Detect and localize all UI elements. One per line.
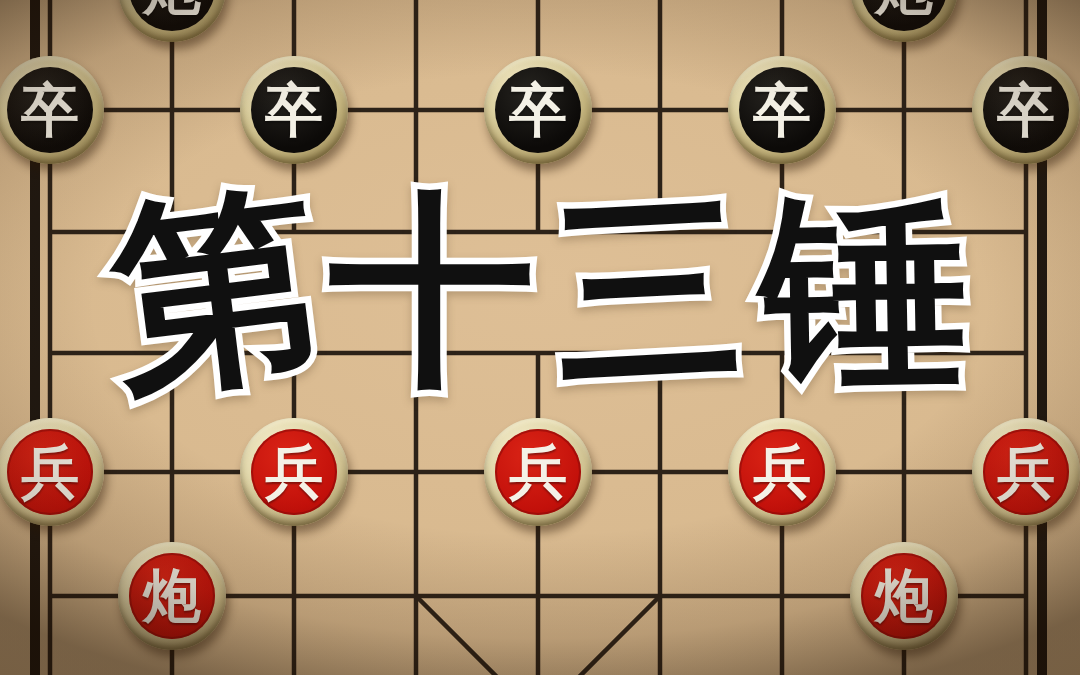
piece-black-soldier[interactable]: 卒 (240, 56, 348, 164)
piece-red-cannon[interactable]: 炮 (118, 542, 226, 650)
piece-disc: 兵 (7, 429, 93, 515)
piece-glyph: 卒 (265, 81, 323, 139)
piece-disc: 炮 (861, 553, 947, 639)
piece-black-soldier[interactable]: 卒 (484, 56, 592, 164)
piece-glyph: 炮 (143, 0, 201, 17)
piece-glyph: 兵 (997, 443, 1055, 501)
caption-overlay: 第十三锤 (0, 178, 1080, 405)
piece-red-soldier[interactable]: 兵 (484, 418, 592, 526)
piece-disc: 卒 (495, 67, 581, 153)
piece-glyph: 炮 (875, 0, 933, 17)
caption-char-3: 三 (549, 173, 746, 409)
piece-red-soldier[interactable]: 兵 (240, 418, 348, 526)
piece-disc: 兵 (495, 429, 581, 515)
piece-disc: 炮 (129, 0, 215, 31)
piece-disc: 卒 (739, 67, 825, 153)
piece-disc: 兵 (983, 429, 1069, 515)
piece-glyph: 卒 (21, 81, 79, 139)
caption-char-2: 十 (329, 178, 535, 405)
piece-disc: 炮 (129, 553, 215, 639)
piece-black-cannon[interactable]: 炮 (850, 0, 958, 42)
caption-char-1: 第 (100, 166, 332, 416)
piece-glyph: 兵 (21, 443, 79, 501)
piece-disc: 兵 (739, 429, 825, 515)
piece-glyph: 卒 (753, 81, 811, 139)
piece-disc: 卒 (7, 67, 93, 153)
piece-black-soldier[interactable]: 卒 (0, 56, 104, 164)
piece-red-soldier[interactable]: 兵 (972, 418, 1080, 526)
piece-disc: 炮 (861, 0, 947, 31)
piece-red-soldier[interactable]: 兵 (0, 418, 104, 526)
caption-char-4: 锤 (759, 176, 969, 406)
piece-red-soldier[interactable]: 兵 (728, 418, 836, 526)
piece-black-soldier[interactable]: 卒 (728, 56, 836, 164)
piece-disc: 卒 (983, 67, 1069, 153)
piece-glyph: 兵 (509, 443, 567, 501)
piece-glyph: 炮 (143, 567, 201, 625)
piece-glyph: 炮 (875, 567, 933, 625)
piece-black-soldier[interactable]: 卒 (972, 56, 1080, 164)
piece-glyph: 卒 (997, 81, 1055, 139)
piece-red-cannon[interactable]: 炮 (850, 542, 958, 650)
piece-disc: 卒 (251, 67, 337, 153)
piece-black-cannon[interactable]: 炮 (118, 0, 226, 42)
piece-glyph: 兵 (753, 443, 811, 501)
piece-glyph: 卒 (509, 81, 567, 139)
piece-glyph: 兵 (265, 443, 323, 501)
piece-disc: 兵 (251, 429, 337, 515)
xiangqi-board: 炮炮卒卒卒卒卒兵兵兵兵炮炮兵 第十三锤 (0, 0, 1080, 675)
